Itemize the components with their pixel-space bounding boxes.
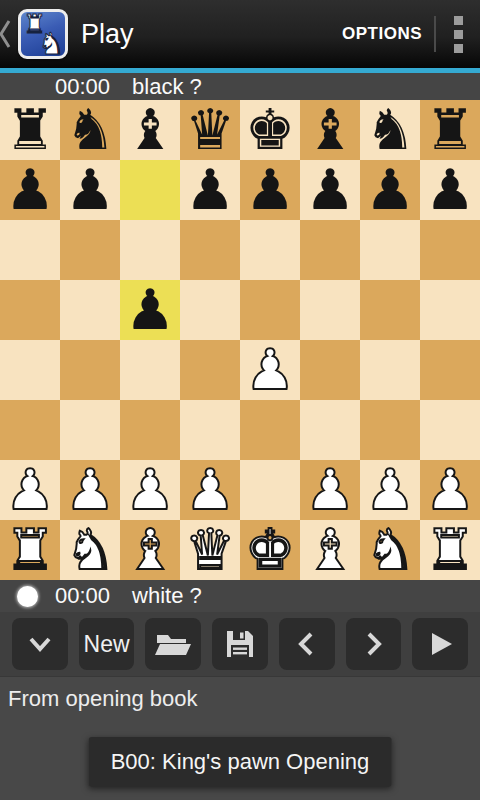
square-b1[interactable]: ♞ (60, 520, 120, 580)
black-bishop: ♝ (120, 100, 180, 160)
square-f6[interactable] (300, 220, 360, 280)
white-bishop: ♝ (120, 520, 180, 580)
square-b3[interactable] (60, 400, 120, 460)
square-h4[interactable] (420, 340, 480, 400)
black-pawn: ♟ (60, 160, 120, 220)
overflow-dot-icon (454, 44, 463, 53)
square-a5[interactable] (0, 280, 60, 340)
square-c7[interactable] (120, 160, 180, 220)
square-a8[interactable]: ♜ (0, 100, 60, 160)
square-d2[interactable]: ♟ (180, 460, 240, 520)
black-pawn: ♟ (300, 160, 360, 220)
square-a3[interactable] (0, 400, 60, 460)
white-rook: ♜ (0, 520, 60, 580)
chess-board[interactable]: ♜♞♝♛♚♝♞♜♟♟♟♟♟♟♟♟♟♟♟♟♟♟♟♟♜♞♝♛♚♝♞♜ (0, 100, 480, 580)
toast-text: B00: King's pawn Opening (111, 749, 370, 774)
square-a4[interactable] (0, 340, 60, 400)
save-game-button[interactable] (212, 618, 268, 670)
square-g6[interactable] (360, 220, 420, 280)
white-pawn: ♟ (360, 460, 420, 520)
white-queen: ♛ (180, 520, 240, 580)
game-toolbar: New (0, 612, 480, 676)
overflow-dot-icon (454, 16, 463, 25)
status-message: From opening book (8, 686, 198, 711)
square-d1[interactable]: ♛ (180, 520, 240, 580)
black-bishop: ♝ (300, 100, 360, 160)
square-g5[interactable] (360, 280, 420, 340)
app-screen: ♜ ♞ Play OPTIONS 00:00 black ? ♜♞♝♛♚♝♞♜♟… (0, 0, 480, 800)
square-d8[interactable]: ♛ (180, 100, 240, 160)
white-pawn: ♟ (0, 460, 60, 520)
square-e2[interactable] (240, 460, 300, 520)
square-e4[interactable]: ♟ (240, 340, 300, 400)
square-d7[interactable]: ♟ (180, 160, 240, 220)
square-f8[interactable]: ♝ (300, 100, 360, 160)
white-pawn: ♟ (180, 460, 240, 520)
app-icon-knight-glyph: ♞ (38, 27, 65, 60)
white-pawn: ♟ (420, 460, 480, 520)
square-h5[interactable] (420, 280, 480, 340)
black-clock-row: 00:00 black ? (0, 73, 480, 100)
app-icon[interactable]: ♜ ♞ (18, 9, 68, 59)
square-d4[interactable] (180, 340, 240, 400)
square-h1[interactable]: ♜ (420, 520, 480, 580)
action-bar: ♜ ♞ Play OPTIONS (0, 0, 480, 73)
white-king: ♚ (240, 520, 300, 580)
chevron-right-icon (356, 627, 390, 661)
floppy-icon (224, 628, 256, 660)
up-caret-icon[interactable] (0, 17, 12, 51)
play-icon (423, 627, 457, 661)
square-g8[interactable]: ♞ (360, 100, 420, 160)
folder-open-icon (154, 628, 192, 660)
square-e5[interactable] (240, 280, 300, 340)
square-b2[interactable]: ♟ (60, 460, 120, 520)
new-game-button[interactable]: New (79, 618, 135, 670)
square-h8[interactable]: ♜ (420, 100, 480, 160)
square-h7[interactable]: ♟ (420, 160, 480, 220)
square-h6[interactable] (420, 220, 480, 280)
square-h3[interactable] (420, 400, 480, 460)
square-e6[interactable] (240, 220, 300, 280)
black-pawn: ♟ (240, 160, 300, 220)
square-a2[interactable]: ♟ (0, 460, 60, 520)
square-c3[interactable] (120, 400, 180, 460)
square-e3[interactable] (240, 400, 300, 460)
white-pawn: ♟ (120, 460, 180, 520)
white-to-move-dot-icon (17, 586, 38, 607)
square-g1[interactable]: ♞ (360, 520, 420, 580)
black-rook: ♜ (0, 100, 60, 160)
square-f7[interactable]: ♟ (300, 160, 360, 220)
square-h2[interactable]: ♟ (420, 460, 480, 520)
square-g2[interactable]: ♟ (360, 460, 420, 520)
square-e1[interactable]: ♚ (240, 520, 300, 580)
square-g7[interactable]: ♟ (360, 160, 420, 220)
autoplay-button[interactable] (412, 618, 468, 670)
square-f5[interactable] (300, 280, 360, 340)
chevron-down-icon (23, 627, 57, 661)
load-game-button[interactable] (145, 618, 201, 670)
overflow-dot-icon (454, 30, 463, 39)
square-f3[interactable] (300, 400, 360, 460)
new-game-label: New (84, 631, 130, 658)
page-title: Play (81, 19, 134, 50)
white-pawn: ♟ (60, 460, 120, 520)
square-b4[interactable] (60, 340, 120, 400)
square-c1[interactable]: ♝ (120, 520, 180, 580)
options-button[interactable]: OPTIONS (330, 24, 434, 44)
square-c2[interactable]: ♟ (120, 460, 180, 520)
black-pawn: ♟ (120, 280, 180, 340)
white-knight: ♞ (60, 520, 120, 580)
square-f1[interactable]: ♝ (300, 520, 360, 580)
square-d5[interactable] (180, 280, 240, 340)
white-clock-time: 00:00 (55, 583, 110, 609)
square-g3[interactable] (360, 400, 420, 460)
white-player-name: white ? (132, 583, 202, 609)
toggle-panel-button[interactable] (12, 618, 68, 670)
square-d3[interactable] (180, 400, 240, 460)
square-f4[interactable] (300, 340, 360, 400)
black-king: ♚ (240, 100, 300, 160)
square-d6[interactable] (180, 220, 240, 280)
square-a7[interactable]: ♟ (0, 160, 60, 220)
square-b5[interactable] (60, 280, 120, 340)
square-e7[interactable]: ♟ (240, 160, 300, 220)
square-c5[interactable]: ♟ (120, 280, 180, 340)
white-pawn: ♟ (240, 340, 300, 400)
white-knight: ♞ (360, 520, 420, 580)
move-forward-button[interactable] (346, 618, 402, 670)
white-clock-row: 00:00 white ? (0, 580, 480, 612)
chevron-left-icon (290, 627, 324, 661)
move-back-button[interactable] (279, 618, 335, 670)
square-a6[interactable] (0, 220, 60, 280)
square-f2[interactable]: ♟ (300, 460, 360, 520)
black-pawn: ♟ (360, 160, 420, 220)
overflow-menu-button[interactable] (436, 0, 480, 68)
black-knight: ♞ (360, 100, 420, 160)
square-g4[interactable] (360, 340, 420, 400)
black-clock-time: 00:00 (55, 74, 110, 100)
square-c6[interactable] (120, 220, 180, 280)
black-player-name: black ? (132, 74, 202, 100)
square-a1[interactable]: ♜ (0, 520, 60, 580)
square-b6[interactable] (60, 220, 120, 280)
square-c8[interactable]: ♝ (120, 100, 180, 160)
black-pawn: ♟ (0, 160, 60, 220)
white-bishop: ♝ (300, 520, 360, 580)
square-e8[interactable]: ♚ (240, 100, 300, 160)
square-c4[interactable] (120, 340, 180, 400)
black-knight: ♞ (60, 100, 120, 160)
black-rook: ♜ (420, 100, 480, 160)
black-pawn: ♟ (180, 160, 240, 220)
square-b8[interactable]: ♞ (60, 100, 120, 160)
black-queen: ♛ (180, 100, 240, 160)
white-rook: ♜ (420, 520, 480, 580)
opening-toast: B00: King's pawn Opening (89, 737, 392, 787)
white-pawn: ♟ (300, 460, 360, 520)
square-b7[interactable]: ♟ (60, 160, 120, 220)
black-pawn: ♟ (420, 160, 480, 220)
